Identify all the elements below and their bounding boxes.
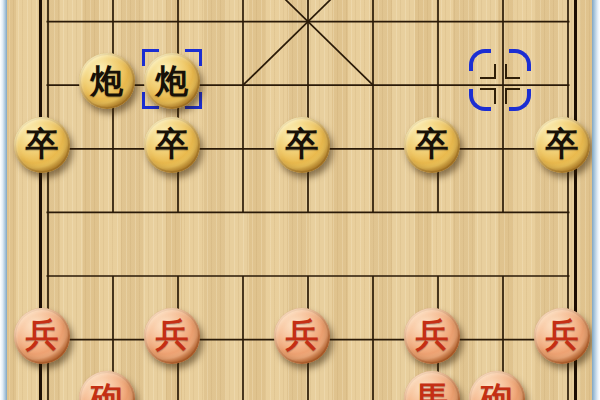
piece-black-soldier-5[interactable]: 卒 [534,117,590,173]
black-soldier-1-glyph: 卒 [26,127,59,160]
black-soldier-5-glyph: 卒 [546,127,579,160]
piece-red-soldier-1[interactable]: 兵 [14,308,70,364]
piece-black-soldier-1[interactable]: 卒 [14,117,70,173]
pieces-layer: 炮炮卒卒卒卒卒兵兵兵兵兵砲馬砲 [0,0,600,400]
board-left-bevel [0,0,7,400]
black-cannon-selected-glyph: 炮 [156,64,189,97]
piece-red-soldier-3[interactable]: 兵 [274,308,330,364]
red-soldier-1-glyph: 兵 [26,318,59,351]
piece-black-soldier-4[interactable]: 卒 [404,117,460,173]
black-soldier-4-glyph: 卒 [416,127,449,160]
black-soldier-3-glyph: 卒 [286,127,319,160]
red-soldier-2-glyph: 兵 [156,318,189,351]
piece-red-cannon-right[interactable]: 砲 [469,371,525,400]
xiangqi-board[interactable]: 炮炮卒卒卒卒卒兵兵兵兵兵砲馬砲 [0,0,600,400]
piece-red-cannon-left[interactable]: 砲 [79,371,135,400]
piece-red-horse[interactable]: 馬 [404,371,460,400]
red-soldier-5-glyph: 兵 [546,318,579,351]
piece-red-soldier-4[interactable]: 兵 [404,308,460,364]
black-soldier-2-glyph: 卒 [156,127,189,160]
piece-black-cannon-selected[interactable]: 炮 [144,53,200,109]
black-cannon-left-glyph: 炮 [91,64,124,97]
piece-red-soldier-5[interactable]: 兵 [534,308,590,364]
red-cannon-right-glyph: 砲 [481,382,514,400]
piece-black-soldier-3[interactable]: 卒 [274,117,330,173]
red-horse-glyph: 馬 [416,382,449,400]
piece-black-cannon-left[interactable]: 炮 [79,53,135,109]
red-cannon-left-glyph: 砲 [91,382,124,400]
board-right-bevel [592,0,600,400]
piece-black-soldier-2[interactable]: 卒 [144,117,200,173]
red-soldier-4-glyph: 兵 [416,318,449,351]
red-soldier-3-glyph: 兵 [286,318,319,351]
piece-red-soldier-2[interactable]: 兵 [144,308,200,364]
